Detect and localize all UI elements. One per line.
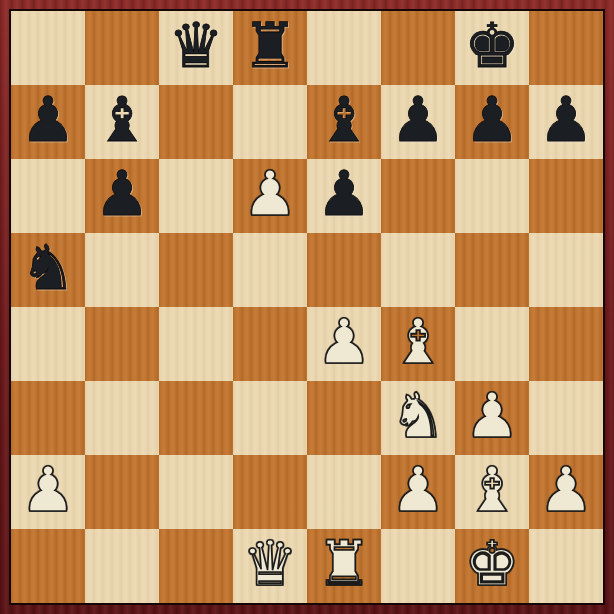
white-bishop: ♝ xyxy=(390,305,446,379)
square-d1[interactable]: ♛ xyxy=(233,529,307,603)
square-f4[interactable]: ♝ xyxy=(381,307,455,381)
square-c3[interactable] xyxy=(159,381,233,455)
square-h7[interactable]: ♟ xyxy=(529,85,603,159)
square-g5[interactable] xyxy=(455,233,529,307)
white-pawn: ♟ xyxy=(316,305,372,379)
square-b3[interactable] xyxy=(85,381,159,455)
chess-board: ♛♜♚♟♝♝♟♟♟♟♟♟♞♟♝♞♟♟♟♝♟♛♜♚ xyxy=(9,9,605,605)
square-d4[interactable] xyxy=(233,307,307,381)
square-g8[interactable]: ♚ xyxy=(455,11,529,85)
square-g3[interactable]: ♟ xyxy=(455,381,529,455)
square-e7[interactable]: ♝ xyxy=(307,85,381,159)
square-b8[interactable] xyxy=(85,11,159,85)
square-d3[interactable] xyxy=(233,381,307,455)
square-e5[interactable] xyxy=(307,233,381,307)
square-b6[interactable]: ♟ xyxy=(85,159,159,233)
square-e1[interactable]: ♜ xyxy=(307,529,381,603)
square-f5[interactable] xyxy=(381,233,455,307)
black-pawn: ♟ xyxy=(464,83,520,157)
square-e6[interactable]: ♟ xyxy=(307,159,381,233)
square-a7[interactable]: ♟ xyxy=(11,85,85,159)
white-bishop: ♝ xyxy=(464,453,520,527)
square-a3[interactable] xyxy=(11,381,85,455)
white-knight: ♞ xyxy=(390,379,446,453)
square-b4[interactable] xyxy=(85,307,159,381)
square-b1[interactable] xyxy=(85,529,159,603)
black-queen: ♛ xyxy=(168,9,224,83)
square-f3[interactable]: ♞ xyxy=(381,381,455,455)
white-pawn: ♟ xyxy=(390,453,446,527)
square-e2[interactable] xyxy=(307,455,381,529)
square-f8[interactable] xyxy=(381,11,455,85)
square-f2[interactable]: ♟ xyxy=(381,455,455,529)
square-h3[interactable] xyxy=(529,381,603,455)
square-c1[interactable] xyxy=(159,529,233,603)
black-pawn: ♟ xyxy=(390,83,446,157)
square-c8[interactable]: ♛ xyxy=(159,11,233,85)
white-pawn: ♟ xyxy=(242,157,298,231)
black-knight: ♞ xyxy=(20,231,76,305)
square-f6[interactable] xyxy=(381,159,455,233)
square-c6[interactable] xyxy=(159,159,233,233)
square-a4[interactable] xyxy=(11,307,85,381)
square-d8[interactable]: ♜ xyxy=(233,11,307,85)
square-a5[interactable]: ♞ xyxy=(11,233,85,307)
square-g1[interactable]: ♚ xyxy=(455,529,529,603)
square-h8[interactable] xyxy=(529,11,603,85)
square-a1[interactable] xyxy=(11,529,85,603)
square-b2[interactable] xyxy=(85,455,159,529)
square-d2[interactable] xyxy=(233,455,307,529)
square-a6[interactable] xyxy=(11,159,85,233)
square-c2[interactable] xyxy=(159,455,233,529)
black-pawn: ♟ xyxy=(20,83,76,157)
square-c5[interactable] xyxy=(159,233,233,307)
black-pawn: ♟ xyxy=(94,157,150,231)
white-queen: ♛ xyxy=(242,527,298,601)
square-h5[interactable] xyxy=(529,233,603,307)
square-d6[interactable]: ♟ xyxy=(233,159,307,233)
square-h6[interactable] xyxy=(529,159,603,233)
square-g7[interactable]: ♟ xyxy=(455,85,529,159)
square-b7[interactable]: ♝ xyxy=(85,85,159,159)
square-f1[interactable] xyxy=(381,529,455,603)
square-d7[interactable] xyxy=(233,85,307,159)
square-e4[interactable]: ♟ xyxy=(307,307,381,381)
black-king: ♚ xyxy=(464,9,520,83)
square-e8[interactable] xyxy=(307,11,381,85)
square-c4[interactable] xyxy=(159,307,233,381)
white-king: ♚ xyxy=(464,527,520,601)
square-b5[interactable] xyxy=(85,233,159,307)
white-pawn: ♟ xyxy=(464,379,520,453)
square-c7[interactable] xyxy=(159,85,233,159)
square-g4[interactable] xyxy=(455,307,529,381)
square-g6[interactable] xyxy=(455,159,529,233)
black-pawn: ♟ xyxy=(316,157,372,231)
square-h4[interactable] xyxy=(529,307,603,381)
white-pawn: ♟ xyxy=(538,453,594,527)
black-bishop: ♝ xyxy=(316,83,372,157)
square-d5[interactable] xyxy=(233,233,307,307)
square-h1[interactable] xyxy=(529,529,603,603)
square-h2[interactable]: ♟ xyxy=(529,455,603,529)
white-pawn: ♟ xyxy=(20,453,76,527)
square-a8[interactable] xyxy=(11,11,85,85)
white-rook: ♜ xyxy=(316,527,372,601)
board-frame: ♛♜♚♟♝♝♟♟♟♟♟♟♞♟♝♞♟♟♟♝♟♛♜♚ xyxy=(0,0,614,614)
square-f7[interactable]: ♟ xyxy=(381,85,455,159)
black-pawn: ♟ xyxy=(538,83,594,157)
black-rook: ♜ xyxy=(242,9,298,83)
square-a2[interactable]: ♟ xyxy=(11,455,85,529)
square-g2[interactable]: ♝ xyxy=(455,455,529,529)
black-bishop: ♝ xyxy=(94,83,150,157)
square-e3[interactable] xyxy=(307,381,381,455)
